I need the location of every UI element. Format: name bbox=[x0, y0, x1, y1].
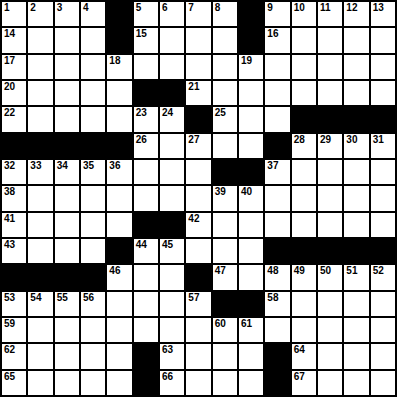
white-cell[interactable]: 1 bbox=[2, 2, 26, 26]
white-cell[interactable] bbox=[55, 107, 79, 131]
clue-number: 43 bbox=[4, 239, 15, 250]
clue-number: 63 bbox=[162, 344, 173, 355]
white-cell[interactable] bbox=[186, 344, 210, 368]
white-cell[interactable] bbox=[134, 265, 158, 289]
black-cell bbox=[213, 292, 237, 316]
white-cell[interactable] bbox=[28, 371, 52, 395]
white-cell[interactable] bbox=[186, 160, 210, 184]
white-cell[interactable] bbox=[81, 81, 105, 105]
white-cell[interactable] bbox=[186, 318, 210, 342]
clue-number: 18 bbox=[109, 55, 120, 66]
clue-number: 42 bbox=[188, 213, 199, 224]
black-cell bbox=[213, 160, 237, 184]
clue-number: 32 bbox=[4, 160, 15, 171]
white-cell[interactable] bbox=[134, 55, 158, 79]
white-cell[interactable] bbox=[292, 213, 316, 237]
white-cell[interactable]: 28 bbox=[292, 134, 316, 158]
white-cell[interactable]: 67 bbox=[292, 371, 316, 395]
white-cell[interactable] bbox=[134, 186, 158, 210]
black-cell bbox=[28, 134, 52, 158]
white-cell[interactable]: 9 bbox=[265, 2, 289, 26]
black-cell bbox=[2, 134, 26, 158]
white-cell[interactable] bbox=[344, 292, 368, 316]
white-cell[interactable] bbox=[344, 213, 368, 237]
white-cell[interactable] bbox=[265, 186, 289, 210]
clue-number: 65 bbox=[4, 371, 15, 382]
black-cell bbox=[344, 107, 368, 131]
clue-number: 3 bbox=[57, 2, 63, 13]
clue-number: 46 bbox=[109, 265, 120, 276]
white-cell[interactable] bbox=[213, 239, 237, 263]
white-cell[interactable] bbox=[371, 371, 395, 395]
white-cell[interactable]: 8 bbox=[213, 2, 237, 26]
clue-number: 66 bbox=[162, 371, 173, 382]
clue-number: 50 bbox=[320, 265, 331, 276]
clue-number: 44 bbox=[136, 239, 147, 250]
clue-number: 22 bbox=[4, 107, 15, 118]
white-cell[interactable] bbox=[160, 318, 184, 342]
black-cell bbox=[160, 213, 184, 237]
white-cell[interactable] bbox=[28, 239, 52, 263]
white-cell[interactable] bbox=[28, 81, 52, 105]
white-cell[interactable]: 6 bbox=[160, 2, 184, 26]
white-cell[interactable]: 42 bbox=[186, 213, 210, 237]
clue-number: 40 bbox=[241, 186, 252, 197]
black-cell bbox=[81, 265, 105, 289]
white-cell[interactable] bbox=[81, 239, 105, 263]
clue-number: 21 bbox=[188, 81, 199, 92]
white-cell[interactable] bbox=[160, 265, 184, 289]
white-cell[interactable] bbox=[239, 239, 263, 263]
clue-number: 26 bbox=[136, 134, 147, 145]
white-cell[interactable] bbox=[292, 186, 316, 210]
clue-number: 10 bbox=[294, 2, 305, 13]
white-cell[interactable] bbox=[344, 344, 368, 368]
clue-number: 28 bbox=[294, 134, 305, 145]
white-cell[interactable]: 43 bbox=[2, 239, 26, 263]
clue-number: 27 bbox=[188, 134, 199, 145]
white-cell[interactable] bbox=[107, 344, 131, 368]
white-cell[interactable]: 17 bbox=[2, 55, 26, 79]
white-cell[interactable] bbox=[239, 371, 263, 395]
white-cell[interactable] bbox=[344, 81, 368, 105]
white-cell[interactable]: 45 bbox=[160, 239, 184, 263]
clue-number: 7 bbox=[188, 2, 194, 13]
clue-number: 16 bbox=[267, 28, 278, 39]
white-cell[interactable] bbox=[186, 371, 210, 395]
black-cell bbox=[55, 265, 79, 289]
white-cell[interactable]: 51 bbox=[344, 265, 368, 289]
white-cell[interactable]: 59 bbox=[2, 318, 26, 342]
white-cell[interactable] bbox=[371, 292, 395, 316]
white-cell[interactable]: 13 bbox=[371, 2, 395, 26]
white-cell[interactable]: 52 bbox=[371, 265, 395, 289]
white-cell[interactable]: 33 bbox=[28, 160, 52, 184]
clue-number: 5 bbox=[136, 2, 142, 13]
white-cell[interactable] bbox=[55, 371, 79, 395]
white-cell[interactable] bbox=[371, 28, 395, 52]
clue-number: 34 bbox=[57, 160, 68, 171]
white-cell[interactable] bbox=[28, 344, 52, 368]
white-cell[interactable] bbox=[186, 55, 210, 79]
white-cell[interactable] bbox=[81, 213, 105, 237]
white-cell[interactable] bbox=[371, 186, 395, 210]
white-cell[interactable]: 11 bbox=[318, 2, 342, 26]
white-cell[interactable] bbox=[318, 371, 342, 395]
white-cell[interactable]: 65 bbox=[2, 371, 26, 395]
black-cell bbox=[239, 160, 263, 184]
white-cell[interactable] bbox=[344, 28, 368, 52]
clue-number: 57 bbox=[188, 292, 199, 303]
white-cell[interactable] bbox=[28, 318, 52, 342]
white-cell[interactable]: 7 bbox=[186, 2, 210, 26]
white-cell[interactable] bbox=[160, 134, 184, 158]
black-cell bbox=[186, 107, 210, 131]
black-cell bbox=[292, 107, 316, 131]
white-cell[interactable] bbox=[239, 344, 263, 368]
white-cell[interactable]: 21 bbox=[186, 81, 210, 105]
white-cell[interactable] bbox=[28, 107, 52, 131]
clue-number: 67 bbox=[294, 371, 305, 382]
white-cell[interactable] bbox=[213, 134, 237, 158]
white-cell[interactable] bbox=[292, 81, 316, 105]
black-cell bbox=[265, 134, 289, 158]
black-cell bbox=[107, 28, 131, 52]
white-cell[interactable]: 58 bbox=[265, 292, 289, 316]
white-cell[interactable] bbox=[265, 107, 289, 131]
clue-number: 48 bbox=[267, 265, 278, 276]
white-cell[interactable] bbox=[134, 160, 158, 184]
white-cell[interactable] bbox=[318, 55, 342, 79]
white-cell[interactable]: 19 bbox=[239, 55, 263, 79]
clue-number: 60 bbox=[215, 318, 226, 329]
white-cell[interactable]: 49 bbox=[292, 265, 316, 289]
white-cell[interactable]: 46 bbox=[107, 265, 131, 289]
white-cell[interactable] bbox=[107, 81, 131, 105]
black-cell bbox=[81, 134, 105, 158]
clue-number: 36 bbox=[109, 160, 120, 171]
clue-number: 29 bbox=[320, 134, 331, 145]
white-cell[interactable] bbox=[239, 81, 263, 105]
clue-number: 56 bbox=[83, 292, 94, 303]
clue-number: 17 bbox=[4, 55, 15, 66]
clue-number: 55 bbox=[57, 292, 68, 303]
clue-number: 37 bbox=[267, 160, 278, 171]
white-cell[interactable] bbox=[371, 55, 395, 79]
white-cell[interactable]: 62 bbox=[2, 344, 26, 368]
white-cell[interactable] bbox=[81, 55, 105, 79]
white-cell[interactable]: 48 bbox=[265, 265, 289, 289]
white-cell[interactable]: 56 bbox=[81, 292, 105, 316]
clue-number: 52 bbox=[373, 265, 384, 276]
clue-number: 45 bbox=[162, 239, 173, 250]
white-cell[interactable] bbox=[81, 371, 105, 395]
white-cell[interactable] bbox=[213, 213, 237, 237]
white-cell[interactable]: 16 bbox=[265, 28, 289, 52]
white-cell[interactable] bbox=[160, 28, 184, 52]
white-cell[interactable] bbox=[107, 371, 131, 395]
white-cell[interactable]: 24 bbox=[160, 107, 184, 131]
white-cell[interactable]: 41 bbox=[2, 213, 26, 237]
white-cell[interactable]: 39 bbox=[213, 186, 237, 210]
white-cell[interactable]: 44 bbox=[134, 239, 158, 263]
clue-number: 38 bbox=[4, 186, 15, 197]
white-cell[interactable] bbox=[239, 265, 263, 289]
white-cell[interactable]: 40 bbox=[239, 186, 263, 210]
white-cell[interactable] bbox=[213, 344, 237, 368]
clue-number: 61 bbox=[241, 318, 252, 329]
white-cell[interactable] bbox=[318, 160, 342, 184]
white-cell[interactable] bbox=[186, 186, 210, 210]
white-cell[interactable] bbox=[107, 292, 131, 316]
white-cell[interactable] bbox=[55, 344, 79, 368]
white-cell[interactable] bbox=[81, 344, 105, 368]
clue-number: 51 bbox=[346, 265, 357, 276]
white-cell[interactable] bbox=[344, 318, 368, 342]
clue-number: 49 bbox=[294, 265, 305, 276]
white-cell[interactable] bbox=[344, 160, 368, 184]
white-cell[interactable] bbox=[186, 239, 210, 263]
white-cell[interactable]: 27 bbox=[186, 134, 210, 158]
white-cell[interactable] bbox=[265, 81, 289, 105]
clue-number: 23 bbox=[136, 107, 147, 118]
white-cell[interactable]: 38 bbox=[2, 186, 26, 210]
white-cell[interactable] bbox=[292, 55, 316, 79]
clue-number: 64 bbox=[294, 344, 305, 355]
clue-number: 54 bbox=[30, 292, 41, 303]
white-cell[interactable]: 14 bbox=[2, 28, 26, 52]
white-cell[interactable] bbox=[55, 28, 79, 52]
white-cell[interactable] bbox=[81, 107, 105, 131]
white-cell[interactable]: 4 bbox=[81, 2, 105, 26]
white-cell[interactable] bbox=[107, 213, 131, 237]
black-cell bbox=[107, 134, 131, 158]
white-cell[interactable] bbox=[55, 55, 79, 79]
white-cell[interactable]: 63 bbox=[160, 344, 184, 368]
black-cell bbox=[107, 2, 131, 26]
clue-number: 31 bbox=[373, 134, 384, 145]
white-cell[interactable] bbox=[344, 55, 368, 79]
black-cell bbox=[134, 213, 158, 237]
white-cell[interactable] bbox=[107, 318, 131, 342]
black-cell bbox=[265, 344, 289, 368]
white-cell[interactable] bbox=[213, 55, 237, 79]
white-cell[interactable]: 2 bbox=[28, 2, 52, 26]
white-cell[interactable] bbox=[81, 28, 105, 52]
black-cell bbox=[2, 265, 26, 289]
black-cell bbox=[318, 239, 342, 263]
white-cell[interactable]: 31 bbox=[371, 134, 395, 158]
white-cell[interactable]: 64 bbox=[292, 344, 316, 368]
white-cell[interactable]: 3 bbox=[55, 2, 79, 26]
clue-number: 33 bbox=[30, 160, 41, 171]
white-cell[interactable] bbox=[107, 107, 131, 131]
black-cell bbox=[134, 371, 158, 395]
white-cell[interactable]: 32 bbox=[2, 160, 26, 184]
white-cell[interactable] bbox=[344, 186, 368, 210]
clue-number: 1 bbox=[4, 2, 10, 13]
clue-number: 41 bbox=[4, 213, 15, 224]
white-cell[interactable]: 10 bbox=[292, 2, 316, 26]
white-cell[interactable]: 60 bbox=[213, 318, 237, 342]
white-cell[interactable] bbox=[160, 186, 184, 210]
white-cell[interactable]: 20 bbox=[2, 81, 26, 105]
white-cell[interactable] bbox=[265, 213, 289, 237]
clue-number: 14 bbox=[4, 28, 15, 39]
clue-number: 19 bbox=[241, 55, 252, 66]
white-cell[interactable]: 12 bbox=[344, 2, 368, 26]
white-cell[interactable]: 29 bbox=[318, 134, 342, 158]
white-cell[interactable] bbox=[213, 81, 237, 105]
clue-number: 24 bbox=[162, 107, 173, 118]
black-cell bbox=[239, 292, 263, 316]
black-cell bbox=[186, 265, 210, 289]
white-cell[interactable] bbox=[265, 318, 289, 342]
clue-number: 8 bbox=[215, 2, 221, 13]
white-cell[interactable] bbox=[186, 28, 210, 52]
white-cell[interactable]: 22 bbox=[2, 107, 26, 131]
white-cell[interactable] bbox=[239, 213, 263, 237]
white-cell[interactable] bbox=[318, 213, 342, 237]
black-cell bbox=[134, 81, 158, 105]
white-cell[interactable] bbox=[134, 292, 158, 316]
white-cell[interactable] bbox=[134, 318, 158, 342]
clue-number: 30 bbox=[346, 134, 357, 145]
white-cell[interactable] bbox=[371, 318, 395, 342]
clue-number: 58 bbox=[267, 292, 278, 303]
clue-number: 59 bbox=[4, 318, 15, 329]
black-cell bbox=[239, 2, 263, 26]
clue-number: 53 bbox=[4, 292, 15, 303]
black-cell bbox=[160, 81, 184, 105]
clue-number: 4 bbox=[83, 2, 89, 13]
clue-number: 12 bbox=[346, 2, 357, 13]
clue-number: 20 bbox=[4, 81, 15, 92]
white-cell[interactable]: 66 bbox=[160, 371, 184, 395]
white-cell[interactable]: 15 bbox=[134, 28, 158, 52]
white-cell[interactable]: 50 bbox=[318, 265, 342, 289]
white-cell[interactable]: 55 bbox=[55, 292, 79, 316]
white-cell[interactable]: 26 bbox=[134, 134, 158, 158]
clue-number: 15 bbox=[136, 28, 147, 39]
black-cell bbox=[265, 239, 289, 263]
black-cell bbox=[265, 371, 289, 395]
white-cell[interactable] bbox=[318, 318, 342, 342]
white-cell[interactable] bbox=[55, 186, 79, 210]
crossword-board: 1234567891011121314151617181920212223242… bbox=[0, 0, 397, 397]
white-cell[interactable] bbox=[28, 28, 52, 52]
white-cell[interactable] bbox=[55, 318, 79, 342]
white-cell[interactable]: 36 bbox=[107, 160, 131, 184]
white-cell[interactable] bbox=[265, 55, 289, 79]
clue-number: 35 bbox=[83, 160, 94, 171]
white-cell[interactable] bbox=[371, 213, 395, 237]
clue-number: 39 bbox=[215, 186, 226, 197]
white-cell[interactable] bbox=[55, 239, 79, 263]
white-cell[interactable]: 37 bbox=[265, 160, 289, 184]
white-cell[interactable] bbox=[292, 28, 316, 52]
white-cell[interactable]: 25 bbox=[213, 107, 237, 131]
white-cell[interactable] bbox=[107, 186, 131, 210]
black-cell bbox=[55, 134, 79, 158]
white-cell[interactable] bbox=[292, 292, 316, 316]
black-cell bbox=[344, 239, 368, 263]
white-cell[interactable] bbox=[318, 344, 342, 368]
white-cell[interactable]: 54 bbox=[28, 292, 52, 316]
clue-number: 25 bbox=[215, 107, 226, 118]
white-cell[interactable]: 57 bbox=[186, 292, 210, 316]
white-cell[interactable] bbox=[371, 160, 395, 184]
white-cell[interactable] bbox=[160, 160, 184, 184]
clue-number: 13 bbox=[373, 2, 384, 13]
white-cell[interactable]: 34 bbox=[55, 160, 79, 184]
clue-number: 6 bbox=[162, 2, 168, 13]
white-cell[interactable] bbox=[160, 292, 184, 316]
black-cell bbox=[292, 239, 316, 263]
white-cell[interactable] bbox=[160, 55, 184, 79]
clue-number: 62 bbox=[4, 344, 15, 355]
white-cell[interactable]: 35 bbox=[81, 160, 105, 184]
white-cell[interactable]: 23 bbox=[134, 107, 158, 131]
white-cell[interactable]: 61 bbox=[239, 318, 263, 342]
white-cell[interactable] bbox=[239, 107, 263, 131]
white-cell[interactable] bbox=[81, 318, 105, 342]
black-cell bbox=[107, 239, 131, 263]
white-cell[interactable] bbox=[318, 28, 342, 52]
white-cell[interactable] bbox=[55, 81, 79, 105]
black-cell bbox=[318, 107, 342, 131]
white-cell[interactable] bbox=[318, 292, 342, 316]
white-cell[interactable]: 47 bbox=[213, 265, 237, 289]
white-cell[interactable]: 5 bbox=[134, 2, 158, 26]
clue-number: 2 bbox=[30, 2, 36, 13]
white-cell[interactable] bbox=[213, 371, 237, 395]
white-cell[interactable] bbox=[371, 344, 395, 368]
white-cell[interactable] bbox=[371, 81, 395, 105]
black-cell bbox=[239, 28, 263, 52]
white-cell[interactable] bbox=[55, 213, 79, 237]
white-cell[interactable] bbox=[292, 160, 316, 184]
white-cell[interactable] bbox=[239, 134, 263, 158]
white-cell[interactable] bbox=[28, 186, 52, 210]
white-cell[interactable]: 30 bbox=[344, 134, 368, 158]
white-cell[interactable] bbox=[28, 55, 52, 79]
white-cell[interactable]: 53 bbox=[2, 292, 26, 316]
black-cell bbox=[134, 344, 158, 368]
black-cell bbox=[28, 265, 52, 289]
white-cell[interactable] bbox=[344, 371, 368, 395]
white-cell[interactable] bbox=[213, 28, 237, 52]
clue-number: 9 bbox=[267, 2, 273, 13]
clue-number: 11 bbox=[320, 2, 331, 13]
black-cell bbox=[371, 239, 395, 263]
black-cell bbox=[371, 107, 395, 131]
white-cell[interactable] bbox=[318, 81, 342, 105]
white-cell[interactable] bbox=[318, 186, 342, 210]
white-cell[interactable]: 18 bbox=[107, 55, 131, 79]
white-cell[interactable] bbox=[292, 318, 316, 342]
white-cell[interactable] bbox=[28, 213, 52, 237]
white-cell[interactable] bbox=[81, 186, 105, 210]
clue-number: 47 bbox=[215, 265, 226, 276]
